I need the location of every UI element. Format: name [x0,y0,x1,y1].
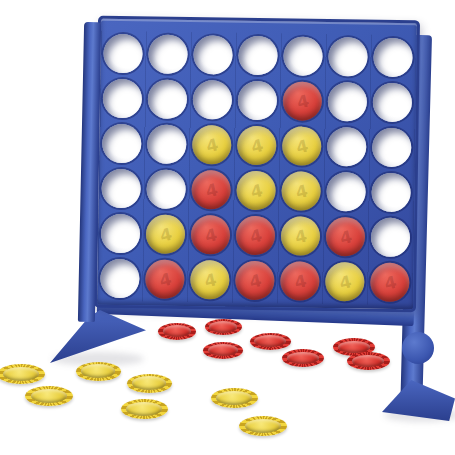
empty-hole [100,259,140,299]
empty-hole [283,36,323,76]
cell-r2c6[interactable] [325,79,371,125]
empty-hole [103,34,143,74]
cell-r4c2[interactable] [143,166,189,212]
cell-r1c6[interactable] [325,34,371,80]
empty-hole [146,169,186,209]
empty-hole [103,79,143,119]
cell-r2c3[interactable] [190,77,236,123]
empty-hole [102,124,142,164]
yellow-disc [325,262,365,302]
red-disc [191,170,231,210]
cell-r1c3[interactable] [190,32,236,78]
cell-r2c4[interactable] [235,78,281,124]
red-loose-disc[interactable] [282,349,324,367]
yellow-loose-disc[interactable] [121,399,168,419]
red-disc [235,261,275,301]
red-loose-disc[interactable] [205,319,242,335]
cell-r3c7[interactable] [369,125,415,171]
cell-r6c7[interactable] [367,260,413,306]
red-loose-disc[interactable] [203,342,243,359]
cell-r4c7[interactable] [368,170,414,216]
cell-r6c1[interactable] [97,256,143,302]
red-loose-disc[interactable] [158,323,196,340]
empty-hole [373,38,413,78]
empty-hole [328,37,368,77]
yellow-loose-disc[interactable] [211,388,258,408]
red-loose-disc[interactable] [347,352,390,370]
cell-r5c1[interactable] [98,211,144,257]
empty-hole [327,127,367,167]
cell-r1c5[interactable] [280,33,326,79]
cell-r4c4[interactable] [233,168,279,214]
yellow-disc [190,260,230,300]
empty-hole [148,34,188,74]
empty-hole [371,173,411,213]
cell-r3c1[interactable] [99,121,145,167]
empty-hole [373,83,413,123]
yellow-loose-disc[interactable] [127,374,172,393]
empty-hole [148,79,188,119]
cell-r3c4[interactable] [234,123,280,169]
red-disc [280,261,320,301]
cell-r3c6[interactable] [324,124,370,170]
cell-r5c3[interactable] [188,212,234,258]
cell-r4c3[interactable] [188,167,234,213]
cell-r4c5[interactable] [278,168,324,214]
empty-hole [193,80,233,120]
cell-r2c1[interactable] [100,76,146,122]
empty-hole [372,128,412,168]
cell-r5c4[interactable] [233,213,279,259]
cell-r6c5[interactable] [277,258,323,304]
empty-hole [326,172,366,212]
yellow-disc [192,125,232,165]
game-board-frame [94,16,420,312]
empty-hole [371,218,411,258]
right-leg-pivot-hub [402,332,434,364]
red-disc [326,217,366,257]
cell-r1c2[interactable] [145,31,191,77]
board-grid [97,31,416,305]
cell-r5c5[interactable] [278,213,324,259]
red-disc [145,259,185,299]
yellow-disc [281,171,321,211]
cell-r4c1[interactable] [98,166,144,212]
red-disc [370,263,410,303]
cell-r1c4[interactable] [235,33,281,79]
yellow-loose-disc[interactable] [239,416,287,436]
empty-hole [101,169,141,209]
yellow-disc [282,126,322,166]
yellow-disc [236,171,276,211]
empty-hole [193,35,233,75]
empty-hole [238,36,278,76]
yellow-loose-disc[interactable] [0,364,45,384]
cell-r5c7[interactable] [368,215,414,261]
red-disc [191,215,231,255]
cell-r5c6[interactable] [323,214,369,260]
empty-hole [147,124,187,164]
connect-four-photo [0,0,455,455]
cell-r6c2[interactable] [142,256,188,302]
empty-hole [238,81,278,121]
red-disc [283,81,323,121]
red-loose-disc[interactable] [250,333,291,350]
cell-r2c2[interactable] [145,76,191,122]
cell-r1c7[interactable] [370,35,416,81]
yellow-loose-disc[interactable] [76,362,121,381]
cell-r6c6[interactable] [322,259,368,305]
cell-r3c3[interactable] [189,122,235,168]
yellow-disc [237,126,277,166]
cell-r2c5[interactable] [280,78,326,124]
cell-r3c2[interactable] [144,121,190,167]
yellow-disc [146,214,186,254]
red-disc [236,216,276,256]
cell-r4c6[interactable] [323,169,369,215]
cell-r3c5[interactable] [279,123,325,169]
yellow-disc [281,216,321,256]
cell-r1c1[interactable] [100,31,146,77]
cell-r5c2[interactable] [143,211,189,257]
cell-r2c7[interactable] [370,80,416,126]
cell-r6c4[interactable] [232,258,278,304]
empty-hole [101,214,141,254]
yellow-loose-disc[interactable] [25,386,73,406]
cell-r6c3[interactable] [187,257,233,303]
empty-hole [328,82,368,122]
